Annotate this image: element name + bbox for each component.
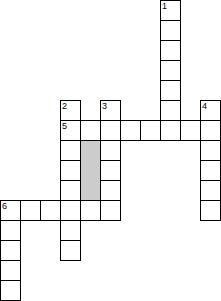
crossword-cell[interactable] [140,120,161,141]
crossword-cell[interactable] [200,160,221,181]
crossword-cell[interactable] [100,120,121,141]
crossword-cell[interactable] [60,100,81,121]
crossword-cell[interactable] [40,200,61,221]
crossword-cell[interactable] [60,180,81,201]
crossword-puzzle: 123456 [0,0,221,301]
crossword-cell[interactable] [200,120,221,141]
crossword-cell[interactable] [160,80,181,101]
crossword-cell[interactable] [160,120,181,141]
crossword-cell[interactable] [0,240,21,261]
crossword-cell[interactable] [160,100,181,121]
crossword-cell[interactable] [160,60,181,81]
crossword-cell[interactable] [100,140,121,161]
crossword-cell[interactable] [180,120,201,141]
crossword-cell[interactable] [120,120,141,141]
crossword-cell[interactable] [80,120,101,141]
shaded-block [80,140,101,201]
crossword-cell[interactable] [0,260,21,281]
crossword-cell[interactable] [80,200,101,221]
crossword-cell[interactable] [160,40,181,61]
crossword-cell[interactable] [200,180,221,201]
crossword-cell[interactable] [0,280,21,301]
crossword-cell[interactable] [0,200,21,221]
crossword-cell[interactable] [160,20,181,41]
crossword-cell[interactable] [200,100,221,121]
crossword-cell[interactable] [160,0,181,21]
crossword-cell[interactable] [100,160,121,181]
crossword-cell[interactable] [60,220,81,241]
crossword-cell[interactable] [100,100,121,121]
crossword-cell[interactable] [100,180,121,201]
crossword-cell[interactable] [60,160,81,181]
crossword-cell[interactable] [60,240,81,261]
crossword-grid: 123456 [0,0,221,301]
crossword-cell[interactable] [0,220,21,241]
crossword-cell[interactable] [20,200,41,221]
crossword-cell[interactable] [200,140,221,161]
crossword-cell[interactable] [200,200,221,221]
crossword-cell[interactable] [60,200,81,221]
crossword-cell[interactable] [60,120,81,141]
crossword-cell[interactable] [60,140,81,161]
crossword-cell[interactable] [100,200,121,221]
